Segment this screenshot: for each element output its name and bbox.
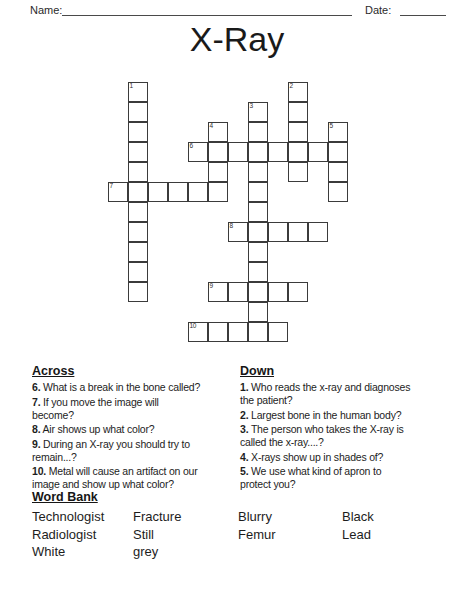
grid-cell-r3c4[interactable]: 6 bbox=[188, 142, 208, 162]
grid-cell-r4c5[interactable] bbox=[208, 162, 228, 182]
across-clues-section: Across 6. What is a break in the bone ca… bbox=[32, 362, 238, 493]
across-clue-6: 6. What is a break in the bone called? bbox=[32, 381, 238, 394]
clue-number-2: 2 bbox=[290, 82, 293, 90]
down-clue-5: 5. We use what kind of apron to protect … bbox=[240, 465, 472, 491]
word-bank-heading: Word Bank bbox=[32, 490, 462, 505]
word-bank-word-radiologist: Radiologist bbox=[32, 526, 133, 544]
across-clue-9: 9. During an X-ray you should try to rem… bbox=[32, 438, 238, 464]
grid-cell-r12c8[interactable] bbox=[268, 322, 288, 342]
grid-cell-r2c9[interactable] bbox=[288, 122, 308, 142]
word-bank-word-grey: grey bbox=[133, 543, 238, 561]
across-clue-7: 7. If you move the image will become? bbox=[32, 396, 238, 422]
across-heading: Across bbox=[32, 362, 238, 378]
word-bank-word-black: Black bbox=[342, 508, 462, 526]
clue-number-9: 9 bbox=[210, 282, 213, 290]
grid-cell-r10c9[interactable] bbox=[288, 282, 308, 302]
name-input-line[interactable] bbox=[62, 3, 352, 16]
grid-cell-r5c1[interactable] bbox=[128, 182, 148, 202]
grid-cell-r2c5[interactable]: 4 bbox=[208, 122, 228, 142]
clue-text: Metal will cause an artifact on our imag… bbox=[32, 465, 198, 490]
grid-cell-r8c7[interactable] bbox=[248, 242, 268, 262]
word-bank-grid: TechnologistFractureBlurryBlackRadiologi… bbox=[32, 508, 462, 561]
grid-cell-r5c4[interactable] bbox=[188, 182, 208, 202]
grid-cell-r1c9[interactable] bbox=[288, 102, 308, 122]
clue-number-7: 7 bbox=[110, 182, 113, 190]
clue-text: During an X-ray you should try to remain… bbox=[32, 438, 190, 463]
grid-cell-r12c4[interactable]: 10 bbox=[188, 322, 208, 342]
word-bank-word-fracture: Fracture bbox=[133, 508, 238, 526]
clue-text: X-rays show up in shades of? bbox=[248, 451, 383, 463]
down-clue-1: 1. Who reads the x-ray and diagnoses the… bbox=[240, 381, 472, 407]
name-label: Name: bbox=[30, 4, 62, 16]
grid-cell-r10c5[interactable]: 9 bbox=[208, 282, 228, 302]
grid-cell-r7c1[interactable] bbox=[128, 222, 148, 242]
worksheet-page: { "header": { "name_label": "Name:", "da… bbox=[0, 0, 474, 613]
word-bank-word-femur: Femur bbox=[238, 526, 342, 544]
grid-cell-r7c8[interactable] bbox=[268, 222, 288, 242]
grid-cell-r5c7[interactable] bbox=[248, 182, 268, 202]
down-heading: Down bbox=[240, 362, 472, 378]
clue-number-10: 10 bbox=[190, 322, 197, 330]
clue-text: Who reads the x-ray and diagnoses the pa… bbox=[240, 381, 410, 406]
grid-cell-r11c7[interactable] bbox=[248, 302, 268, 322]
grid-cell-r3c8[interactable] bbox=[268, 142, 288, 162]
grid-cell-r3c7[interactable] bbox=[248, 142, 268, 162]
grid-cell-r3c10[interactable] bbox=[308, 142, 328, 162]
grid-cell-r12c5[interactable] bbox=[208, 322, 228, 342]
grid-cell-r12c7[interactable] bbox=[248, 322, 268, 342]
grid-cell-r2c1[interactable] bbox=[128, 122, 148, 142]
grid-cell-r12c6[interactable] bbox=[228, 322, 248, 342]
clue-text: The person who takes the X-ray is called… bbox=[240, 423, 404, 448]
word-bank-section: Word Bank TechnologistFractureBlurryBlac… bbox=[32, 490, 462, 561]
clue-text: Air shows up what color? bbox=[40, 423, 154, 435]
grid-cell-r4c1[interactable] bbox=[128, 162, 148, 182]
grid-cell-r1c7[interactable]: 3 bbox=[248, 102, 268, 122]
grid-cell-r5c3[interactable] bbox=[168, 182, 188, 202]
grid-cell-r3c5[interactable] bbox=[208, 142, 228, 162]
grid-cell-r10c8[interactable] bbox=[268, 282, 288, 302]
word-bank-word-still: Still bbox=[133, 526, 238, 544]
grid-cell-r10c1[interactable] bbox=[128, 282, 148, 302]
clue-number-5: 5 bbox=[330, 122, 333, 130]
clue-label: 10. bbox=[32, 465, 46, 477]
clue-text: What is a break in the bone called? bbox=[40, 381, 200, 393]
clue-number-8: 8 bbox=[230, 222, 233, 230]
grid-cell-r5c0[interactable]: 7 bbox=[108, 182, 128, 202]
clue-number-4: 4 bbox=[210, 122, 213, 130]
down-clue-list: 1. Who reads the x-ray and diagnoses the… bbox=[240, 381, 472, 491]
clue-number-6: 6 bbox=[190, 142, 193, 150]
grid-cell-r8c1[interactable] bbox=[128, 242, 148, 262]
grid-cell-r4c11[interactable] bbox=[328, 162, 348, 182]
grid-cell-r7c10[interactable] bbox=[308, 222, 328, 242]
grid-cell-r6c7[interactable] bbox=[248, 202, 268, 222]
clue-number-3: 3 bbox=[250, 102, 253, 110]
page-title: X-Ray bbox=[0, 20, 474, 58]
grid-cell-r5c5[interactable] bbox=[208, 182, 228, 202]
clue-number-1: 1 bbox=[130, 82, 133, 90]
down-clue-4: 4. X-rays show up in shades of? bbox=[240, 451, 472, 464]
across-clue-list: 6. What is a break in the bone called?7.… bbox=[32, 381, 238, 491]
word-bank-word-technologist: Technologist bbox=[32, 508, 133, 526]
grid-cell-r3c6[interactable] bbox=[228, 142, 248, 162]
date-input-line[interactable] bbox=[400, 3, 446, 16]
word-bank-word-blurry: Blurry bbox=[238, 508, 342, 526]
clue-text: We use what kind of apron to protect you… bbox=[240, 465, 381, 490]
grid-cell-r9c1[interactable] bbox=[128, 262, 148, 282]
grid-cell-r5c2[interactable] bbox=[148, 182, 168, 202]
grid-cell-r4c7[interactable] bbox=[248, 162, 268, 182]
date-label: Date: bbox=[365, 4, 391, 16]
across-clue-10: 10. Metal will cause an artifact on our … bbox=[32, 465, 238, 491]
grid-cell-r0c9[interactable]: 2 bbox=[288, 82, 308, 102]
grid-cell-r6c1[interactable] bbox=[128, 202, 148, 222]
grid-cell-r2c11[interactable]: 5 bbox=[328, 122, 348, 142]
crossword-grid: 12345678910 bbox=[108, 82, 349, 343]
word-bank-word-lead: Lead bbox=[342, 526, 462, 544]
across-clue-8: 8. Air shows up what color? bbox=[32, 423, 238, 436]
grid-cell-r0c1[interactable]: 1 bbox=[128, 82, 148, 102]
down-clue-2: 2. Largest bone in the human body? bbox=[240, 409, 472, 422]
word-bank-empty bbox=[342, 543, 462, 561]
word-bank-word-white: White bbox=[32, 543, 133, 561]
grid-cell-r3c1[interactable] bbox=[128, 142, 148, 162]
grid-cell-r7c6[interactable]: 8 bbox=[228, 222, 248, 242]
grid-cell-r10c7[interactable] bbox=[248, 282, 268, 302]
grid-cell-r7c9[interactable] bbox=[288, 222, 308, 242]
down-clue-3: 3. The person who takes the X-ray is cal… bbox=[240, 423, 472, 449]
grid-cell-r7c7[interactable] bbox=[248, 222, 268, 242]
grid-cell-r3c9[interactable] bbox=[288, 142, 308, 162]
grid-cell-r10c6[interactable] bbox=[228, 282, 248, 302]
grid-cell-r3c11[interactable] bbox=[328, 142, 348, 162]
clue-text: Largest bone in the human body? bbox=[248, 409, 401, 421]
grid-cell-r2c7[interactable] bbox=[248, 122, 268, 142]
grid-cell-r9c7[interactable] bbox=[248, 262, 268, 282]
word-bank-empty bbox=[238, 543, 342, 561]
grid-cell-r4c9[interactable] bbox=[288, 162, 308, 182]
grid-cell-r5c11[interactable] bbox=[328, 182, 348, 202]
down-clues-section: Down 1. Who reads the x-ray and diagnose… bbox=[240, 362, 472, 493]
grid-cell-r1c1[interactable] bbox=[128, 102, 148, 122]
clue-text: If you move the image will become? bbox=[32, 396, 159, 421]
